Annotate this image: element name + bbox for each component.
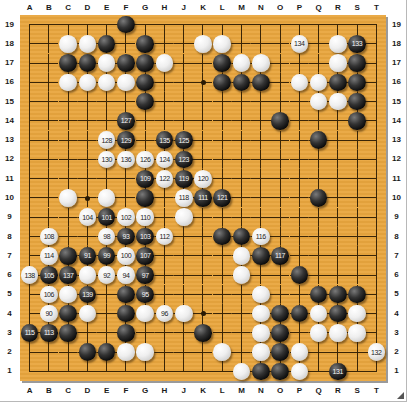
intersection-D12[interactable] xyxy=(78,150,97,169)
intersection-O17[interactable] xyxy=(270,54,289,73)
intersection-S6[interactable] xyxy=(347,265,366,284)
intersection-A1[interactable] xyxy=(20,362,39,381)
intersection-L11[interactable] xyxy=(213,169,232,188)
intersection-J1[interactable] xyxy=(174,362,193,381)
intersection-T16[interactable] xyxy=(367,73,386,92)
intersection-H11[interactable]: 122 xyxy=(155,169,174,188)
intersection-A9[interactable] xyxy=(20,208,39,227)
intersection-C1[interactable] xyxy=(59,362,78,381)
intersection-J16[interactable] xyxy=(174,73,193,92)
intersection-N4[interactable] xyxy=(251,304,270,323)
intersection-H13[interactable]: 135 xyxy=(155,131,174,150)
intersection-L18[interactable] xyxy=(213,34,232,53)
intersection-J5[interactable] xyxy=(174,285,193,304)
intersection-G13[interactable] xyxy=(136,131,155,150)
intersection-T3[interactable] xyxy=(367,323,386,342)
intersection-O16[interactable] xyxy=(270,73,289,92)
intersection-D15[interactable] xyxy=(78,92,97,111)
intersection-P2[interactable] xyxy=(290,342,309,361)
intersection-D4[interactable] xyxy=(78,304,97,323)
intersection-L10[interactable]: 121 xyxy=(213,188,232,207)
intersection-B5[interactable]: 106 xyxy=(39,285,58,304)
intersection-H1[interactable] xyxy=(155,362,174,381)
intersection-H15[interactable] xyxy=(155,92,174,111)
intersection-M4[interactable] xyxy=(232,304,251,323)
intersection-M16[interactable] xyxy=(232,73,251,92)
intersection-G2[interactable] xyxy=(136,342,155,361)
intersection-E4[interactable] xyxy=(97,304,116,323)
intersection-P18[interactable]: 134 xyxy=(290,34,309,53)
intersection-A8[interactable] xyxy=(20,227,39,246)
intersection-Q19[interactable] xyxy=(309,15,328,34)
intersection-M19[interactable] xyxy=(232,15,251,34)
intersection-E16[interactable] xyxy=(97,73,116,92)
intersection-T14[interactable] xyxy=(367,111,386,130)
intersection-T6[interactable] xyxy=(367,265,386,284)
intersection-D17[interactable] xyxy=(78,54,97,73)
intersection-H4[interactable]: 96 xyxy=(155,304,174,323)
intersection-T8[interactable] xyxy=(367,227,386,246)
intersection-F17[interactable] xyxy=(116,54,135,73)
intersection-C17[interactable] xyxy=(59,54,78,73)
intersection-J17[interactable] xyxy=(174,54,193,73)
intersection-J2[interactable] xyxy=(174,342,193,361)
intersection-F2[interactable] xyxy=(116,342,135,361)
intersection-Q11[interactable] xyxy=(309,169,328,188)
intersection-D5[interactable]: 139 xyxy=(78,285,97,304)
intersection-C19[interactable] xyxy=(59,15,78,34)
intersection-P19[interactable] xyxy=(290,15,309,34)
intersection-P17[interactable] xyxy=(290,54,309,73)
intersection-B8[interactable]: 108 xyxy=(39,227,58,246)
intersection-H3[interactable] xyxy=(155,323,174,342)
intersection-H12[interactable]: 124 xyxy=(155,150,174,169)
intersection-B7[interactable]: 114 xyxy=(39,246,58,265)
intersection-A19[interactable] xyxy=(20,15,39,34)
intersection-S15[interactable] xyxy=(347,92,366,111)
intersection-F9[interactable]: 102 xyxy=(116,208,135,227)
intersection-G17[interactable] xyxy=(136,54,155,73)
intersection-N12[interactable] xyxy=(251,150,270,169)
intersection-J19[interactable] xyxy=(174,15,193,34)
intersection-S4[interactable] xyxy=(347,304,366,323)
intersection-Q18[interactable] xyxy=(309,34,328,53)
intersection-L15[interactable] xyxy=(213,92,232,111)
intersection-E5[interactable] xyxy=(97,285,116,304)
intersection-K6[interactable] xyxy=(193,265,212,284)
intersection-K18[interactable] xyxy=(193,34,212,53)
intersection-R7[interactable] xyxy=(328,246,347,265)
intersection-O8[interactable] xyxy=(270,227,289,246)
intersection-G8[interactable]: 103 xyxy=(136,227,155,246)
intersection-M15[interactable] xyxy=(232,92,251,111)
intersection-G19[interactable] xyxy=(136,15,155,34)
intersection-K4[interactable] xyxy=(193,304,212,323)
intersection-E7[interactable]: 99 xyxy=(97,246,116,265)
intersection-R6[interactable] xyxy=(328,265,347,284)
intersection-A12[interactable] xyxy=(20,150,39,169)
intersection-R12[interactable] xyxy=(328,150,347,169)
intersection-F3[interactable] xyxy=(116,323,135,342)
intersection-K14[interactable] xyxy=(193,111,212,130)
intersection-D18[interactable] xyxy=(78,34,97,53)
intersection-S10[interactable] xyxy=(347,188,366,207)
go-board[interactable]: 1341331271281291351251301361261241231091… xyxy=(20,15,386,381)
intersection-J6[interactable] xyxy=(174,265,193,284)
intersection-A10[interactable] xyxy=(20,188,39,207)
intersection-A15[interactable] xyxy=(20,92,39,111)
intersection-N10[interactable] xyxy=(251,188,270,207)
intersection-M18[interactable] xyxy=(232,34,251,53)
intersection-B14[interactable] xyxy=(39,111,58,130)
intersection-F4[interactable] xyxy=(116,304,135,323)
intersection-H10[interactable] xyxy=(155,188,174,207)
intersection-P16[interactable] xyxy=(290,73,309,92)
intersection-G1[interactable] xyxy=(136,362,155,381)
intersection-N2[interactable] xyxy=(251,342,270,361)
intersection-G3[interactable] xyxy=(136,323,155,342)
intersection-N6[interactable] xyxy=(251,265,270,284)
intersection-S11[interactable] xyxy=(347,169,366,188)
intersection-J10[interactable]: 118 xyxy=(174,188,193,207)
intersection-B3[interactable]: 113 xyxy=(39,323,58,342)
intersection-S8[interactable] xyxy=(347,227,366,246)
intersection-N11[interactable] xyxy=(251,169,270,188)
intersection-M14[interactable] xyxy=(232,111,251,130)
intersection-Q12[interactable] xyxy=(309,150,328,169)
intersection-J15[interactable] xyxy=(174,92,193,111)
intersection-M17[interactable] xyxy=(232,54,251,73)
intersection-P12[interactable] xyxy=(290,150,309,169)
intersection-C4[interactable] xyxy=(59,304,78,323)
intersection-K7[interactable] xyxy=(193,246,212,265)
intersection-A14[interactable] xyxy=(20,111,39,130)
intersection-G9[interactable]: 110 xyxy=(136,208,155,227)
intersection-K3[interactable] xyxy=(193,323,212,342)
intersection-C8[interactable] xyxy=(59,227,78,246)
intersection-S1[interactable] xyxy=(347,362,366,381)
intersection-C2[interactable] xyxy=(59,342,78,361)
intersection-K1[interactable] xyxy=(193,362,212,381)
intersection-M7[interactable] xyxy=(232,246,251,265)
intersection-E19[interactable] xyxy=(97,15,116,34)
intersection-P9[interactable] xyxy=(290,208,309,227)
intersection-D13[interactable] xyxy=(78,131,97,150)
intersection-S19[interactable] xyxy=(347,15,366,34)
intersection-F5[interactable] xyxy=(116,285,135,304)
intersection-H6[interactable] xyxy=(155,265,174,284)
intersection-Q1[interactable] xyxy=(309,362,328,381)
intersection-G16[interactable] xyxy=(136,73,155,92)
intersection-B4[interactable]: 90 xyxy=(39,304,58,323)
intersection-S2[interactable] xyxy=(347,342,366,361)
intersection-T2[interactable]: 132 xyxy=(367,342,386,361)
intersection-L5[interactable] xyxy=(213,285,232,304)
intersection-G4[interactable] xyxy=(136,304,155,323)
intersection-A16[interactable] xyxy=(20,73,39,92)
intersection-B15[interactable] xyxy=(39,92,58,111)
intersection-T5[interactable] xyxy=(367,285,386,304)
intersection-D8[interactable] xyxy=(78,227,97,246)
intersection-C6[interactable]: 137 xyxy=(59,265,78,284)
intersection-B9[interactable] xyxy=(39,208,58,227)
intersection-L16[interactable] xyxy=(213,73,232,92)
intersection-E6[interactable]: 92 xyxy=(97,265,116,284)
intersection-E2[interactable] xyxy=(97,342,116,361)
intersection-D6[interactable] xyxy=(78,265,97,284)
intersection-F16[interactable] xyxy=(116,73,135,92)
intersection-S12[interactable] xyxy=(347,150,366,169)
intersection-B16[interactable] xyxy=(39,73,58,92)
intersection-G7[interactable]: 107 xyxy=(136,246,155,265)
intersection-N14[interactable] xyxy=(251,111,270,130)
intersection-S14[interactable] xyxy=(347,111,366,130)
intersection-B10[interactable] xyxy=(39,188,58,207)
intersection-Q3[interactable] xyxy=(309,323,328,342)
intersection-L3[interactable] xyxy=(213,323,232,342)
intersection-Q8[interactable] xyxy=(309,227,328,246)
intersection-E11[interactable] xyxy=(97,169,116,188)
intersection-L14[interactable] xyxy=(213,111,232,130)
intersection-Q14[interactable] xyxy=(309,111,328,130)
intersection-C12[interactable] xyxy=(59,150,78,169)
intersection-A4[interactable] xyxy=(20,304,39,323)
intersection-J9[interactable] xyxy=(174,208,193,227)
intersection-L7[interactable] xyxy=(213,246,232,265)
intersection-L8[interactable] xyxy=(213,227,232,246)
intersection-G14[interactable] xyxy=(136,111,155,130)
intersection-M13[interactable] xyxy=(232,131,251,150)
intersection-R3[interactable] xyxy=(328,323,347,342)
intersection-Q2[interactable] xyxy=(309,342,328,361)
intersection-N8[interactable]: 116 xyxy=(251,227,270,246)
intersection-T9[interactable] xyxy=(367,208,386,227)
intersection-O19[interactable] xyxy=(270,15,289,34)
intersection-K5[interactable] xyxy=(193,285,212,304)
intersection-J18[interactable] xyxy=(174,34,193,53)
intersection-O18[interactable] xyxy=(270,34,289,53)
intersection-Q4[interactable] xyxy=(309,304,328,323)
intersection-A3[interactable]: 115 xyxy=(20,323,39,342)
intersection-T17[interactable] xyxy=(367,54,386,73)
intersection-O11[interactable] xyxy=(270,169,289,188)
intersection-K17[interactable] xyxy=(193,54,212,73)
intersection-J13[interactable]: 125 xyxy=(174,131,193,150)
intersection-A18[interactable] xyxy=(20,34,39,53)
intersection-R9[interactable] xyxy=(328,208,347,227)
intersection-P6[interactable] xyxy=(290,265,309,284)
intersection-C18[interactable] xyxy=(59,34,78,53)
intersection-P10[interactable] xyxy=(290,188,309,207)
intersection-N13[interactable] xyxy=(251,131,270,150)
intersection-R18[interactable] xyxy=(328,34,347,53)
intersection-B17[interactable] xyxy=(39,54,58,73)
intersection-H16[interactable] xyxy=(155,73,174,92)
intersection-F12[interactable]: 136 xyxy=(116,150,135,169)
intersection-N9[interactable] xyxy=(251,208,270,227)
intersection-N15[interactable] xyxy=(251,92,270,111)
intersection-E9[interactable]: 101 xyxy=(97,208,116,227)
intersection-R2[interactable] xyxy=(328,342,347,361)
intersection-D19[interactable] xyxy=(78,15,97,34)
intersection-M8[interactable] xyxy=(232,227,251,246)
intersection-A13[interactable] xyxy=(20,131,39,150)
intersection-E18[interactable] xyxy=(97,34,116,53)
intersection-S17[interactable] xyxy=(347,54,366,73)
intersection-Q16[interactable] xyxy=(309,73,328,92)
intersection-S7[interactable] xyxy=(347,246,366,265)
intersection-H5[interactable] xyxy=(155,285,174,304)
intersection-C15[interactable] xyxy=(59,92,78,111)
intersection-K12[interactable] xyxy=(193,150,212,169)
intersection-B19[interactable] xyxy=(39,15,58,34)
intersection-Q7[interactable] xyxy=(309,246,328,265)
intersection-T4[interactable] xyxy=(367,304,386,323)
intersection-O6[interactable] xyxy=(270,265,289,284)
intersection-T10[interactable] xyxy=(367,188,386,207)
intersection-L4[interactable] xyxy=(213,304,232,323)
intersection-M11[interactable] xyxy=(232,169,251,188)
intersection-E13[interactable]: 128 xyxy=(97,131,116,150)
intersection-K13[interactable] xyxy=(193,131,212,150)
intersection-J12[interactable]: 123 xyxy=(174,150,193,169)
intersection-J7[interactable] xyxy=(174,246,193,265)
intersection-N7[interactable] xyxy=(251,246,270,265)
intersection-Q13[interactable] xyxy=(309,131,328,150)
intersection-P7[interactable] xyxy=(290,246,309,265)
intersection-O12[interactable] xyxy=(270,150,289,169)
resize-grip-icon[interactable] xyxy=(397,392,404,399)
intersection-P3[interactable] xyxy=(290,323,309,342)
intersection-R8[interactable] xyxy=(328,227,347,246)
intersection-T12[interactable] xyxy=(367,150,386,169)
intersection-G11[interactable]: 109 xyxy=(136,169,155,188)
intersection-D1[interactable] xyxy=(78,362,97,381)
intersection-A2[interactable] xyxy=(20,342,39,361)
intersection-L13[interactable] xyxy=(213,131,232,150)
intersection-O2[interactable] xyxy=(270,342,289,361)
intersection-C5[interactable] xyxy=(59,285,78,304)
intersection-N3[interactable] xyxy=(251,323,270,342)
intersection-C3[interactable] xyxy=(59,323,78,342)
intersection-M6[interactable] xyxy=(232,265,251,284)
intersection-F7[interactable]: 100 xyxy=(116,246,135,265)
intersection-O1[interactable] xyxy=(270,362,289,381)
intersection-T19[interactable] xyxy=(367,15,386,34)
intersection-N17[interactable] xyxy=(251,54,270,73)
intersection-H7[interactable] xyxy=(155,246,174,265)
intersection-C9[interactable] xyxy=(59,208,78,227)
intersection-E15[interactable] xyxy=(97,92,116,111)
intersection-J11[interactable]: 119 xyxy=(174,169,193,188)
intersection-G18[interactable] xyxy=(136,34,155,53)
intersection-P13[interactable] xyxy=(290,131,309,150)
intersection-R13[interactable] xyxy=(328,131,347,150)
intersection-O3[interactable] xyxy=(270,323,289,342)
intersection-P1[interactable] xyxy=(290,362,309,381)
intersection-O13[interactable] xyxy=(270,131,289,150)
intersection-F19[interactable] xyxy=(116,15,135,34)
intersection-Q5[interactable] xyxy=(309,285,328,304)
intersection-Q15[interactable] xyxy=(309,92,328,111)
intersection-E3[interactable] xyxy=(97,323,116,342)
intersection-R16[interactable] xyxy=(328,73,347,92)
intersection-R15[interactable] xyxy=(328,92,347,111)
intersection-N19[interactable] xyxy=(251,15,270,34)
intersection-F18[interactable] xyxy=(116,34,135,53)
intersection-S5[interactable] xyxy=(347,285,366,304)
intersection-E12[interactable]: 130 xyxy=(97,150,116,169)
intersection-R19[interactable] xyxy=(328,15,347,34)
intersection-R10[interactable] xyxy=(328,188,347,207)
intersection-Q10[interactable] xyxy=(309,188,328,207)
intersection-F6[interactable]: 94 xyxy=(116,265,135,284)
intersection-R11[interactable] xyxy=(328,169,347,188)
intersection-O7[interactable]: 117 xyxy=(270,246,289,265)
intersection-H19[interactable] xyxy=(155,15,174,34)
intersection-K10[interactable]: 111 xyxy=(193,188,212,207)
intersection-M9[interactable] xyxy=(232,208,251,227)
intersection-K15[interactable] xyxy=(193,92,212,111)
intersection-L17[interactable] xyxy=(213,54,232,73)
intersection-N1[interactable] xyxy=(251,362,270,381)
intersection-S18[interactable]: 133 xyxy=(347,34,366,53)
intersection-O10[interactable] xyxy=(270,188,289,207)
intersection-H17[interactable] xyxy=(155,54,174,73)
intersection-J8[interactable] xyxy=(174,227,193,246)
intersection-L6[interactable] xyxy=(213,265,232,284)
intersection-P15[interactable] xyxy=(290,92,309,111)
intersection-O14[interactable] xyxy=(270,111,289,130)
intersection-G5[interactable]: 95 xyxy=(136,285,155,304)
intersection-D9[interactable]: 104 xyxy=(78,208,97,227)
intersection-M12[interactable] xyxy=(232,150,251,169)
intersection-K19[interactable] xyxy=(193,15,212,34)
intersection-Q9[interactable] xyxy=(309,208,328,227)
intersection-L2[interactable] xyxy=(213,342,232,361)
intersection-E1[interactable] xyxy=(97,362,116,381)
intersection-A17[interactable] xyxy=(20,54,39,73)
intersection-B1[interactable] xyxy=(39,362,58,381)
intersection-S9[interactable] xyxy=(347,208,366,227)
intersection-R5[interactable] xyxy=(328,285,347,304)
intersection-F8[interactable]: 93 xyxy=(116,227,135,246)
intersection-G10[interactable] xyxy=(136,188,155,207)
intersection-F15[interactable] xyxy=(116,92,135,111)
intersection-L1[interactable] xyxy=(213,362,232,381)
intersection-D14[interactable] xyxy=(78,111,97,130)
intersection-H9[interactable] xyxy=(155,208,174,227)
intersection-B12[interactable] xyxy=(39,150,58,169)
intersection-L9[interactable] xyxy=(213,208,232,227)
intersection-M2[interactable] xyxy=(232,342,251,361)
intersection-T18[interactable] xyxy=(367,34,386,53)
intersection-M10[interactable] xyxy=(232,188,251,207)
intersection-H8[interactable]: 112 xyxy=(155,227,174,246)
intersection-E8[interactable]: 98 xyxy=(97,227,116,246)
intersection-C7[interactable] xyxy=(59,246,78,265)
intersection-D10[interactable] xyxy=(78,188,97,207)
intersection-L19[interactable] xyxy=(213,15,232,34)
intersection-H18[interactable] xyxy=(155,34,174,53)
intersection-A5[interactable] xyxy=(20,285,39,304)
intersection-E10[interactable] xyxy=(97,188,116,207)
intersection-M5[interactable] xyxy=(232,285,251,304)
intersection-C11[interactable] xyxy=(59,169,78,188)
intersection-J3[interactable] xyxy=(174,323,193,342)
intersection-K2[interactable] xyxy=(193,342,212,361)
intersection-M1[interactable] xyxy=(232,362,251,381)
